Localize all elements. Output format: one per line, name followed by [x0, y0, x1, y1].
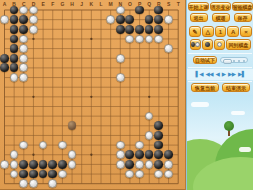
board-point-H15[interactable]: [67, 44, 77, 54]
board-point-E5[interactable]: [38, 140, 48, 150]
board-point-S4[interactable]: [164, 150, 174, 160]
board-point-B8[interactable]: [9, 111, 19, 121]
board-point-T16[interactable]: [173, 34, 183, 44]
board-point-C1[interactable]: [19, 179, 29, 189]
board-point-L18[interactable]: [96, 15, 106, 25]
board-point-E10[interactable]: [38, 92, 48, 102]
board-point-N12[interactable]: [115, 73, 125, 83]
board-point-F13[interactable]: [48, 63, 58, 73]
board-point-D6[interactable]: [29, 131, 39, 141]
board-point-R9[interactable]: [154, 102, 164, 112]
board-point-A3[interactable]: [0, 159, 9, 169]
board-point-F6[interactable]: [48, 131, 58, 141]
board-point-Q4[interactable]: [144, 150, 154, 160]
board-point-H5[interactable]: [67, 140, 77, 150]
board-point-P3[interactable]: [135, 159, 145, 169]
board-point-T6[interactable]: [173, 131, 183, 141]
board-point-E13[interactable]: [38, 63, 48, 73]
board-point-J8[interactable]: [77, 111, 87, 121]
board-point-A7[interactable]: [0, 121, 9, 131]
board-point-E3[interactable]: [38, 159, 48, 169]
board-point-F18[interactable]: [48, 15, 58, 25]
board-point-D4[interactable]: [29, 150, 39, 160]
board-point-T10[interactable]: [173, 92, 183, 102]
board-point-G5[interactable]: [58, 140, 68, 150]
board-point-F19[interactable]: [48, 5, 58, 15]
board-point-J11[interactable]: [77, 82, 87, 92]
board-point-O9[interactable]: [125, 102, 135, 112]
board-point-K17[interactable]: [86, 24, 96, 34]
board-point-H12[interactable]: [67, 73, 77, 83]
board-point-Q7[interactable]: [144, 121, 154, 131]
board-point-O1[interactable]: [125, 179, 135, 189]
board-point-D17[interactable]: [29, 24, 39, 34]
board-point-H1[interactable]: [67, 179, 77, 189]
board-point-B15[interactable]: [9, 44, 19, 54]
board-point-C4[interactable]: [19, 150, 29, 160]
board-point-K18[interactable]: [86, 15, 96, 25]
board-point-K19[interactable]: [86, 5, 96, 15]
board-point-O10[interactable]: [125, 92, 135, 102]
board-point-N19[interactable]: [115, 5, 125, 15]
start-lesson-button[interactable]: 开始上课: [188, 2, 209, 11]
board-point-F3[interactable]: [48, 159, 58, 169]
board-point-A1[interactable]: [0, 179, 9, 189]
end-demo-button[interactable]: 结束演示: [222, 83, 250, 92]
board-point-D16[interactable]: [29, 34, 39, 44]
board-point-S16[interactable]: [164, 34, 174, 44]
board-point-Q1[interactable]: [144, 179, 154, 189]
board-point-K14[interactable]: [86, 53, 96, 63]
board-point-L16[interactable]: [96, 34, 106, 44]
board-point-P12[interactable]: [135, 73, 145, 83]
board-point-D3[interactable]: [29, 159, 39, 169]
board-point-T14[interactable]: [173, 53, 183, 63]
board-point-H19[interactable]: [67, 5, 77, 15]
fast-forward-icon[interactable]: ▶▶: [228, 69, 235, 80]
board-point-D1[interactable]: [29, 179, 39, 189]
board-point-S13[interactable]: [164, 63, 174, 73]
board-point-D19[interactable]: [29, 5, 39, 15]
board-point-J16[interactable]: [77, 34, 87, 44]
board-point-B14[interactable]: [9, 53, 19, 63]
board-point-F4[interactable]: [48, 150, 58, 160]
board-point-E2[interactable]: [38, 169, 48, 179]
board-point-S14[interactable]: [164, 53, 174, 63]
board-point-G10[interactable]: [58, 92, 68, 102]
board-point-J13[interactable]: [77, 63, 87, 73]
board-point-D11[interactable]: [29, 82, 39, 92]
board-point-J9[interactable]: [77, 102, 87, 112]
board-point-B2[interactable]: [9, 169, 19, 179]
board-point-S1[interactable]: [164, 179, 174, 189]
erase-mark-button[interactable]: ×: [240, 26, 252, 37]
board-point-J15[interactable]: [77, 44, 87, 54]
board-point-B1[interactable]: [9, 179, 19, 189]
board-point-H18[interactable]: [67, 15, 77, 25]
board-point-D15[interactable]: [29, 44, 39, 54]
number-mark-button[interactable]: 1: [215, 26, 227, 37]
board-point-E18[interactable]: [38, 15, 48, 25]
board-point-A17[interactable]: [0, 24, 9, 34]
board-point-T2[interactable]: [173, 169, 183, 179]
board-point-C6[interactable]: [19, 131, 29, 141]
board-point-M12[interactable]: [106, 73, 116, 83]
board-point-L17[interactable]: [96, 24, 106, 34]
board-point-Q14[interactable]: [144, 53, 154, 63]
board-point-T5[interactable]: [173, 140, 183, 150]
board-point-D14[interactable]: [29, 53, 39, 63]
board-point-A4[interactable]: [0, 150, 9, 160]
board-point-C11[interactable]: [19, 82, 29, 92]
board-point-O3[interactable]: [125, 159, 135, 169]
board-point-R17[interactable]: [154, 24, 164, 34]
board-point-H7[interactable]: [67, 121, 77, 131]
board-point-P9[interactable]: [135, 102, 145, 112]
board-point-P4[interactable]: [135, 150, 145, 160]
board-point-K8[interactable]: [86, 111, 96, 121]
board-point-M3[interactable]: [106, 159, 116, 169]
board-point-Q12[interactable]: [144, 73, 154, 83]
board-point-L6[interactable]: [96, 131, 106, 141]
first-move-icon[interactable]: ▌◀: [196, 69, 203, 80]
board-point-Q9[interactable]: [144, 102, 154, 112]
board-point-F12[interactable]: [48, 73, 58, 83]
board-point-O19[interactable]: [125, 5, 135, 15]
board-point-G9[interactable]: [58, 102, 68, 112]
board-point-A2[interactable]: [0, 169, 9, 179]
board-point-Q18[interactable]: [144, 15, 154, 25]
board-point-R15[interactable]: [154, 44, 164, 54]
board-point-M10[interactable]: [106, 92, 116, 102]
board-point-J2[interactable]: [77, 169, 87, 179]
board-point-A18[interactable]: [0, 15, 9, 25]
board-point-D13[interactable]: [29, 63, 39, 73]
board-point-B7[interactable]: [9, 121, 19, 131]
board-point-L13[interactable]: [96, 63, 106, 73]
board-point-O7[interactable]: [125, 121, 135, 131]
exit-button[interactable]: 退出: [190, 13, 208, 22]
board-point-A16[interactable]: [0, 34, 9, 44]
board-point-B13[interactable]: [9, 63, 19, 73]
board-point-C7[interactable]: [19, 121, 29, 131]
board-point-C15[interactable]: [19, 44, 29, 54]
board-point-H9[interactable]: [67, 102, 77, 112]
board-point-P11[interactable]: [135, 82, 145, 92]
board-point-L19[interactable]: [96, 5, 106, 15]
board-point-O11[interactable]: [125, 82, 135, 92]
board-point-T11[interactable]: [173, 82, 183, 92]
board-point-A6[interactable]: [0, 131, 9, 141]
board-point-N10[interactable]: [115, 92, 125, 102]
board-point-K4[interactable]: [86, 150, 96, 160]
board-point-R1[interactable]: [154, 179, 164, 189]
board-point-S18[interactable]: [164, 15, 174, 25]
place-black-button[interactable]: [202, 39, 213, 50]
save-button[interactable]: 保存: [234, 13, 252, 22]
board-point-H3[interactable]: [67, 159, 77, 169]
board-point-L7[interactable]: [96, 121, 106, 131]
board-point-D18[interactable]: [29, 15, 39, 25]
board-point-G6[interactable]: [58, 131, 68, 141]
board-point-C17[interactable]: [19, 24, 29, 34]
go-board[interactable]: ABCDEFGHJKLMNOPQRST: [0, 0, 186, 190]
board-point-G12[interactable]: [58, 73, 68, 83]
board-point-H6[interactable]: [67, 131, 77, 141]
board-point-A8[interactable]: [0, 111, 9, 121]
board-point-B3[interactable]: [9, 159, 19, 169]
board-point-D8[interactable]: [29, 111, 39, 121]
board-point-L8[interactable]: [96, 111, 106, 121]
place-white-button[interactable]: [214, 39, 225, 50]
board-point-T9[interactable]: [173, 102, 183, 112]
board-point-G16[interactable]: [58, 34, 68, 44]
board-point-P2[interactable]: [135, 169, 145, 179]
board-point-G13[interactable]: [58, 63, 68, 73]
board-point-M4[interactable]: [106, 150, 116, 160]
board-point-S17[interactable]: [164, 24, 174, 34]
board-point-K5[interactable]: [86, 140, 96, 150]
board-point-M6[interactable]: [106, 131, 116, 141]
board-point-O2[interactable]: [125, 169, 135, 179]
board-point-F17[interactable]: [48, 24, 58, 34]
board-point-K6[interactable]: [86, 131, 96, 141]
board-point-Q13[interactable]: [144, 63, 154, 73]
letter-mark-button[interactable]: A: [227, 26, 239, 37]
board-point-H16[interactable]: [67, 34, 77, 44]
board-point-R11[interactable]: [154, 82, 164, 92]
board-point-E19[interactable]: [38, 5, 48, 15]
board-point-J18[interactable]: [77, 15, 87, 25]
board-point-B11[interactable]: [9, 82, 19, 92]
board-point-N2[interactable]: [115, 169, 125, 179]
board-point-E1[interactable]: [38, 179, 48, 189]
board-point-Q17[interactable]: [144, 24, 154, 34]
board-point-K2[interactable]: [86, 169, 96, 179]
smart-board-button[interactable]: 智能棋盘: [232, 2, 253, 11]
board-point-J7[interactable]: [77, 121, 87, 131]
board-point-O4[interactable]: [125, 150, 135, 160]
board-point-P1[interactable]: [135, 179, 145, 189]
board-point-A19[interactable]: [0, 5, 9, 15]
board-point-E16[interactable]: [38, 34, 48, 44]
board-point-M17[interactable]: [106, 24, 116, 34]
board-point-J19[interactable]: [77, 5, 87, 15]
triangle-mark-button[interactable]: △: [202, 26, 214, 37]
board-point-B4[interactable]: [9, 150, 19, 160]
board-point-T1[interactable]: [173, 179, 183, 189]
board-point-D2[interactable]: [29, 169, 39, 179]
board-point-K3[interactable]: [86, 159, 96, 169]
board-point-L2[interactable]: [96, 169, 106, 179]
board-point-A10[interactable]: [0, 92, 9, 102]
board-point-K13[interactable]: [86, 63, 96, 73]
board-point-P16[interactable]: [135, 34, 145, 44]
board-point-L10[interactable]: [96, 92, 106, 102]
board-point-D5[interactable]: [29, 140, 39, 150]
board-point-F5[interactable]: [48, 140, 58, 150]
board-point-O17[interactable]: [125, 24, 135, 34]
board-point-F15[interactable]: [48, 44, 58, 54]
restore-current-button[interactable]: 恢复当前: [191, 83, 219, 92]
board-point-F16[interactable]: [48, 34, 58, 44]
board-point-H17[interactable]: [67, 24, 77, 34]
board-point-T15[interactable]: [173, 44, 183, 54]
board-point-D9[interactable]: [29, 102, 39, 112]
board-point-M1[interactable]: [106, 179, 116, 189]
board-point-N16[interactable]: [115, 34, 125, 44]
board-point-M19[interactable]: [106, 5, 116, 15]
previous-move-icon[interactable]: ◀: [216, 69, 220, 80]
board-point-B19[interactable]: [9, 5, 19, 15]
board-point-R5[interactable]: [154, 140, 164, 150]
board-point-R4[interactable]: [154, 150, 164, 160]
board-point-K1[interactable]: [86, 179, 96, 189]
board-point-N7[interactable]: [115, 121, 125, 131]
board-point-B16[interactable]: [9, 34, 19, 44]
board-point-R3[interactable]: [154, 159, 164, 169]
board-point-N8[interactable]: [115, 111, 125, 121]
demo-variation-button[interactable]: 演示变化: [210, 2, 231, 11]
board-point-L3[interactable]: [96, 159, 106, 169]
board-point-R7[interactable]: [154, 121, 164, 131]
board-point-E8[interactable]: [38, 111, 48, 121]
board-point-Q8[interactable]: [144, 111, 154, 121]
board-point-P10[interactable]: [135, 92, 145, 102]
board-point-P5[interactable]: [135, 140, 145, 150]
board-point-Q15[interactable]: [144, 44, 154, 54]
board-point-Q10[interactable]: [144, 92, 154, 102]
board-point-K16[interactable]: [86, 34, 96, 44]
board-point-J12[interactable]: [77, 73, 87, 83]
board-point-O16[interactable]: [125, 34, 135, 44]
board-point-P17[interactable]: [135, 24, 145, 34]
board-point-F7[interactable]: [48, 121, 58, 131]
board-point-P14[interactable]: [135, 53, 145, 63]
board-point-T19[interactable]: [173, 5, 183, 15]
board-point-E6[interactable]: [38, 131, 48, 141]
speed-slider[interactable]: [220, 57, 248, 63]
board-point-L1[interactable]: [96, 179, 106, 189]
board-point-O13[interactable]: [125, 63, 135, 73]
board-point-G17[interactable]: [58, 24, 68, 34]
board-point-C2[interactable]: [19, 169, 29, 179]
board-point-M14[interactable]: [106, 53, 116, 63]
board-point-P7[interactable]: [135, 121, 145, 131]
board-point-S8[interactable]: [164, 111, 174, 121]
board-point-N9[interactable]: [115, 102, 125, 112]
board-point-P13[interactable]: [135, 63, 145, 73]
board-point-S11[interactable]: [164, 82, 174, 92]
alternate-stones-button[interactable]: [190, 39, 201, 50]
board-point-H2[interactable]: [67, 169, 77, 179]
board-point-K12[interactable]: [86, 73, 96, 83]
board-point-G14[interactable]: [58, 53, 68, 63]
board-point-F10[interactable]: [48, 92, 58, 102]
board-point-T4[interactable]: [173, 150, 183, 160]
board-point-Q2[interactable]: [144, 169, 154, 179]
board-point-E4[interactable]: [38, 150, 48, 160]
board-point-P6[interactable]: [135, 131, 145, 141]
board-point-N4[interactable]: [115, 150, 125, 160]
board-point-F9[interactable]: [48, 102, 58, 112]
board-point-P18[interactable]: [135, 15, 145, 25]
last-move-icon[interactable]: ▶▌: [238, 69, 245, 80]
game-record-button[interactable]: 棋谱: [212, 13, 230, 22]
board-point-H4[interactable]: [67, 150, 77, 160]
board-point-K15[interactable]: [86, 44, 96, 54]
board-point-R14[interactable]: [154, 53, 164, 63]
board-point-P15[interactable]: [135, 44, 145, 54]
board-point-G4[interactable]: [58, 150, 68, 160]
board-point-N14[interactable]: [115, 53, 125, 63]
board-point-D12[interactable]: [29, 73, 39, 83]
board-point-B9[interactable]: [9, 102, 19, 112]
pencil-tool-button[interactable]: ✎: [189, 26, 201, 37]
board-point-C5[interactable]: [19, 140, 29, 150]
board-point-N13[interactable]: [115, 63, 125, 73]
board-point-G3[interactable]: [58, 159, 68, 169]
board-point-S15[interactable]: [164, 44, 174, 54]
board-point-D7[interactable]: [29, 121, 39, 131]
board-point-K7[interactable]: [86, 121, 96, 131]
board-point-R16[interactable]: [154, 34, 164, 44]
board-point-B5[interactable]: [9, 140, 19, 150]
board-point-A13[interactable]: [0, 63, 9, 73]
board-point-G2[interactable]: [58, 169, 68, 179]
board-point-B6[interactable]: [9, 131, 19, 141]
board-point-R13[interactable]: [154, 63, 164, 73]
board-point-S10[interactable]: [164, 92, 174, 102]
board-point-R2[interactable]: [154, 169, 164, 179]
board-point-E11[interactable]: [38, 82, 48, 92]
board-point-M9[interactable]: [106, 102, 116, 112]
board-point-O6[interactable]: [125, 131, 135, 141]
board-point-P8[interactable]: [135, 111, 145, 121]
board-point-H10[interactable]: [67, 92, 77, 102]
board-point-C10[interactable]: [19, 92, 29, 102]
board-point-L9[interactable]: [96, 102, 106, 112]
board-point-S7[interactable]: [164, 121, 174, 131]
board-point-O12[interactable]: [125, 73, 135, 83]
board-point-O14[interactable]: [125, 53, 135, 63]
board-point-N5[interactable]: [115, 140, 125, 150]
board-point-E15[interactable]: [38, 44, 48, 54]
board-point-H13[interactable]: [67, 63, 77, 73]
board-point-N3[interactable]: [115, 159, 125, 169]
board-point-S3[interactable]: [164, 159, 174, 169]
board-point-S5[interactable]: [164, 140, 174, 150]
board-point-E14[interactable]: [38, 53, 48, 63]
board-point-F2[interactable]: [48, 169, 58, 179]
board-point-E9[interactable]: [38, 102, 48, 112]
board-point-H11[interactable]: [67, 82, 77, 92]
board-point-R19[interactable]: [154, 5, 164, 15]
board-point-F8[interactable]: [48, 111, 58, 121]
next-move-icon[interactable]: ▶: [222, 69, 226, 80]
board-point-J1[interactable]: [77, 179, 87, 189]
board-point-L15[interactable]: [96, 44, 106, 54]
board-point-B17[interactable]: [9, 24, 19, 34]
board-point-M7[interactable]: [106, 121, 116, 131]
board-point-K9[interactable]: [86, 102, 96, 112]
board-point-R6[interactable]: [154, 131, 164, 141]
board-point-B12[interactable]: [9, 73, 19, 83]
board-point-J6[interactable]: [77, 131, 87, 141]
board-point-J17[interactable]: [77, 24, 87, 34]
board-point-J4[interactable]: [77, 150, 87, 160]
board-point-F11[interactable]: [48, 82, 58, 92]
